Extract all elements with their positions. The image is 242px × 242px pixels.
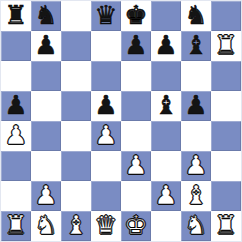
square-h3[interactable]: [211, 151, 241, 181]
square-a7[interactable]: [1, 31, 31, 61]
black-bishop-icon[interactable]: ♝: [154, 92, 177, 118]
white-pawn-icon[interactable]: ♟: [154, 182, 177, 208]
square-d7[interactable]: [91, 31, 121, 61]
square-d2[interactable]: [91, 181, 121, 211]
white-king-icon[interactable]: ♚: [124, 212, 147, 238]
square-h8[interactable]: [211, 1, 241, 31]
square-g3[interactable]: ♟: [181, 151, 211, 181]
black-knight-icon[interactable]: ♞: [184, 2, 207, 28]
square-g2[interactable]: ♝: [181, 181, 211, 211]
square-g7[interactable]: ♝: [181, 31, 211, 61]
black-queen-icon[interactable]: ♛: [94, 2, 117, 28]
white-rook-icon[interactable]: ♜: [4, 212, 27, 238]
square-e6[interactable]: [121, 61, 151, 91]
square-e1[interactable]: ♚: [121, 211, 151, 241]
square-f2[interactable]: ♟: [151, 181, 181, 211]
square-c3[interactable]: [61, 151, 91, 181]
white-rook-icon[interactable]: ♜: [214, 32, 237, 58]
black-pawn-icon[interactable]: ♟: [34, 32, 57, 58]
square-d6[interactable]: [91, 61, 121, 91]
white-pawn-icon[interactable]: ♟: [184, 152, 207, 178]
square-a1[interactable]: ♜: [1, 211, 31, 241]
square-c4[interactable]: [61, 121, 91, 151]
square-g6[interactable]: [181, 61, 211, 91]
square-d3[interactable]: [91, 151, 121, 181]
square-d1[interactable]: ♛: [91, 211, 121, 241]
square-e8[interactable]: ♚: [121, 1, 151, 31]
square-f3[interactable]: [151, 151, 181, 181]
square-f7[interactable]: ♟: [151, 31, 181, 61]
white-queen-icon[interactable]: ♛: [94, 212, 117, 238]
square-c7[interactable]: [61, 31, 91, 61]
square-d5[interactable]: ♟: [91, 91, 121, 121]
white-pawn-icon[interactable]: ♟: [94, 122, 117, 148]
square-c5[interactable]: [61, 91, 91, 121]
square-e2[interactable]: [121, 181, 151, 211]
square-a4[interactable]: ♟: [1, 121, 31, 151]
square-h4[interactable]: [211, 121, 241, 151]
square-c2[interactable]: [61, 181, 91, 211]
white-bishop-icon[interactable]: ♝: [64, 212, 87, 238]
square-d8[interactable]: ♛: [91, 1, 121, 31]
white-pawn-icon[interactable]: ♟: [4, 122, 27, 148]
square-e4[interactable]: [121, 121, 151, 151]
square-c6[interactable]: [61, 61, 91, 91]
white-knight-icon[interactable]: ♞: [34, 212, 57, 238]
black-pawn-icon[interactable]: ♟: [124, 32, 147, 58]
square-g5[interactable]: ♟: [181, 91, 211, 121]
white-bishop-icon[interactable]: ♝: [184, 182, 207, 208]
white-knight-icon[interactable]: ♞: [184, 212, 207, 238]
square-e3[interactable]: ♟: [121, 151, 151, 181]
square-g8[interactable]: ♞: [181, 1, 211, 31]
square-h5[interactable]: [211, 91, 241, 121]
black-knight-icon[interactable]: ♞: [34, 2, 57, 28]
square-b1[interactable]: ♞: [31, 211, 61, 241]
square-c1[interactable]: ♝: [61, 211, 91, 241]
square-b4[interactable]: [31, 121, 61, 151]
square-b5[interactable]: [31, 91, 61, 121]
square-f6[interactable]: [151, 61, 181, 91]
chess-board: ♜♞♛♚♞♟♟♟♝♜♟♟♝♟♟♟♟♟♟♟♝♜♞♝♛♚♞♜: [0, 0, 242, 242]
black-king-icon[interactable]: ♚: [124, 2, 147, 28]
square-d4[interactable]: ♟: [91, 121, 121, 151]
square-b6[interactable]: [31, 61, 61, 91]
black-rook-icon[interactable]: ♜: [4, 2, 27, 28]
square-b3[interactable]: [31, 151, 61, 181]
black-pawn-icon[interactable]: ♟: [94, 92, 117, 118]
square-e5[interactable]: [121, 91, 151, 121]
white-rook-icon[interactable]: ♜: [214, 212, 237, 238]
square-a6[interactable]: [1, 61, 31, 91]
square-h1[interactable]: ♜: [211, 211, 241, 241]
white-pawn-icon[interactable]: ♟: [34, 182, 57, 208]
square-a8[interactable]: ♜: [1, 1, 31, 31]
square-a2[interactable]: [1, 181, 31, 211]
square-b8[interactable]: ♞: [31, 1, 61, 31]
square-g4[interactable]: [181, 121, 211, 151]
black-pawn-icon[interactable]: ♟: [4, 92, 27, 118]
square-f5[interactable]: ♝: [151, 91, 181, 121]
square-e7[interactable]: ♟: [121, 31, 151, 61]
square-h2[interactable]: [211, 181, 241, 211]
square-a3[interactable]: [1, 151, 31, 181]
square-c8[interactable]: [61, 1, 91, 31]
square-f1[interactable]: [151, 211, 181, 241]
black-bishop-icon[interactable]: ♝: [184, 32, 207, 58]
black-pawn-icon[interactable]: ♟: [184, 92, 207, 118]
square-a5[interactable]: ♟: [1, 91, 31, 121]
square-b2[interactable]: ♟: [31, 181, 61, 211]
square-f8[interactable]: [151, 1, 181, 31]
square-h6[interactable]: [211, 61, 241, 91]
square-f4[interactable]: [151, 121, 181, 151]
square-b7[interactable]: ♟: [31, 31, 61, 61]
white-pawn-icon[interactable]: ♟: [124, 152, 147, 178]
square-h7[interactable]: ♜: [211, 31, 241, 61]
square-g1[interactable]: ♞: [181, 211, 211, 241]
black-pawn-icon[interactable]: ♟: [154, 32, 177, 58]
